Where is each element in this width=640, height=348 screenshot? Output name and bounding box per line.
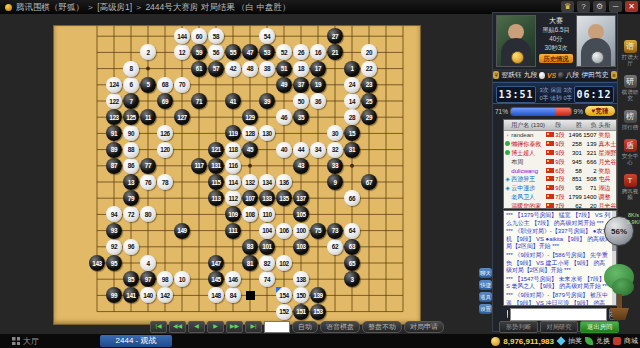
stone-white-42: 42 bbox=[225, 61, 241, 77]
user-wins: 95 bbox=[567, 184, 582, 193]
stone-black-151: 151 bbox=[293, 304, 309, 320]
toolbar-label: 腾讯视频 bbox=[620, 188, 640, 200]
stone-black-5: 5 bbox=[140, 77, 156, 93]
user-losses: 139 bbox=[582, 140, 597, 149]
money-bar: 8,976,911,983 抽奖 兑换 商城 bbox=[491, 335, 638, 347]
stone-black-147: 147 bbox=[208, 255, 224, 271]
user-row[interactable]: 懒得你泰救 9段 258 139 真木士 bbox=[504, 140, 616, 149]
stone-black-75: 75 bbox=[310, 223, 326, 239]
stone-white-120: 120 bbox=[157, 142, 173, 158]
user-row[interactable]: 布周 9段 945 666 月光谷 bbox=[504, 158, 616, 167]
user-row[interactable]: ◈ 西游异王 7段 851 508 屯兵 bbox=[504, 175, 616, 184]
stone-white-40: 40 bbox=[276, 142, 292, 158]
stone-black-13: 13 bbox=[123, 174, 139, 190]
nav-button[interactable]: 自动 bbox=[292, 321, 318, 333]
stone-black-7: 7 bbox=[123, 93, 139, 109]
white-clock: 13:51 bbox=[496, 86, 536, 103]
go-board[interactable]: 1234567891011121314151617181920212223242… bbox=[53, 25, 421, 325]
stone-white-22: 22 bbox=[361, 61, 377, 77]
stone-black-23: 23 bbox=[361, 77, 377, 93]
betting-bar: 71% 9% ♥竞猜 bbox=[493, 105, 617, 117]
user-wins: 1496 bbox=[567, 131, 582, 140]
user-losses: 1507 bbox=[582, 131, 597, 140]
user-rank: 6段 bbox=[555, 167, 567, 176]
white-player-name: 翌跃钰 bbox=[501, 70, 521, 80]
growth-tree bbox=[600, 262, 640, 328]
nav-fwd-button[interactable]: ▶| bbox=[245, 321, 262, 333]
help-icon[interactable]: ? bbox=[577, 1, 590, 12]
stone-black-95: 95 bbox=[106, 255, 122, 271]
stone-white-62: 62 bbox=[327, 239, 343, 255]
user-losses: 666 bbox=[582, 158, 597, 167]
stone-black-71: 71 bbox=[191, 93, 207, 109]
flag-icon bbox=[546, 168, 554, 173]
user-name: dulicwang bbox=[511, 167, 546, 176]
black-clock: 06:12 bbox=[574, 86, 614, 103]
black-player-rank: 八段 bbox=[566, 70, 580, 80]
user-row[interactable]: 温暖您的家 7段 62 20 月光谷 bbox=[504, 202, 616, 209]
stone-white-38: 38 bbox=[259, 61, 275, 77]
toolbar-label: 安全中心 bbox=[620, 153, 640, 165]
nav-button[interactable]: 语音棋盘 bbox=[320, 321, 360, 333]
close-icon[interactable]: ✕ bbox=[625, 1, 638, 12]
stone-white-124: 124 bbox=[106, 77, 122, 93]
user-wins: 851 bbox=[567, 175, 582, 184]
user-row[interactable]: ◈ 云中漫步 9段 95 71 湖边 bbox=[504, 184, 616, 193]
stone-white-104: 104 bbox=[259, 223, 275, 239]
stone-black-31: 31 bbox=[344, 142, 360, 158]
stone-white-96: 96 bbox=[123, 239, 139, 255]
exchange-button[interactable]: 兑换 bbox=[596, 336, 610, 346]
nav-fwd-button[interactable]: ▶ bbox=[207, 321, 224, 333]
user-name: 博士超人 bbox=[511, 149, 546, 158]
side-mini-button[interactable]: 道具 bbox=[479, 292, 492, 302]
user-losses: 20 bbox=[582, 202, 597, 209]
flag-icon bbox=[546, 141, 554, 146]
stone-black-1: 1 bbox=[344, 61, 360, 77]
breadcrumb: 腾讯围棋（野狐） ＞ [高级房1] ＞ 2444号大赛房 对局结果 （白 中盘胜… bbox=[16, 2, 290, 12]
upload-speed: 8K/s bbox=[627, 212, 639, 219]
byoyomi: 30秒3次 bbox=[537, 43, 575, 52]
flag-icon bbox=[546, 132, 554, 137]
shop-icon bbox=[613, 337, 621, 345]
user-rank: 9段 bbox=[555, 149, 567, 158]
stone-black-43: 43 bbox=[293, 158, 309, 174]
stone-black-149: 149 bbox=[174, 223, 190, 239]
user-name: 西游异王 bbox=[511, 175, 546, 184]
stone-black-25: 25 bbox=[361, 93, 377, 109]
user-rank: 9段 bbox=[555, 158, 567, 167]
stone-black-51: 51 bbox=[276, 61, 292, 77]
stone-black-93: 93 bbox=[106, 223, 122, 239]
black-stone-icon bbox=[558, 72, 564, 79]
app-window: 腾讯围棋（野狐） ＞ [高级房1] ＞ 2444号大赛房 对局结果 （白 中盘胜… bbox=[0, 0, 640, 348]
toolbar-item[interactable]: 谱 打谱大厅 bbox=[620, 40, 640, 66]
players-bar: ¥ 翌跃钰 九段 VS 八段 伊田笃史 ≡ bbox=[493, 69, 617, 81]
stone-black-65: 65 bbox=[344, 255, 360, 271]
room-tab-active[interactable]: 2444 - 观战 bbox=[100, 335, 172, 347]
white-support-pct: 71% bbox=[495, 108, 508, 115]
vip-icon[interactable]: ♛ bbox=[561, 1, 574, 12]
flag-icon bbox=[546, 176, 554, 181]
taskbar: 大厅 2444 - 观战 8,976,911,983 抽奖 兑换 商城 bbox=[0, 334, 640, 348]
stone-black-87: 87 bbox=[106, 158, 122, 174]
user-list[interactable]: 用户名 (130) 段胜 负头衔♀ randean 3段 1496 1507 奖… bbox=[503, 119, 617, 209]
stone-white-14: 14 bbox=[344, 93, 360, 109]
grid-icon bbox=[12, 337, 20, 345]
user-wins: 1799 bbox=[567, 193, 582, 202]
stone-white-136: 136 bbox=[276, 174, 292, 190]
stone-black-81: 81 bbox=[242, 255, 258, 271]
stone-black-111: 111 bbox=[225, 223, 241, 239]
user-row[interactable]: 博士超人 9段 301 321 星湖野 bbox=[504, 149, 616, 158]
chat-side-buttons: 聊天快捷道具设置 bbox=[479, 268, 492, 316]
stone-white-122: 122 bbox=[106, 93, 122, 109]
board-square-marker bbox=[246, 291, 255, 300]
user-rank: 9段 bbox=[555, 140, 567, 149]
stone-black-117: 117 bbox=[191, 158, 207, 174]
side-mini-button[interactable]: 设置 bbox=[479, 304, 492, 314]
stone-black-83: 83 bbox=[242, 239, 258, 255]
network-stats: 8K/s 5.9K/s bbox=[627, 212, 639, 226]
badge-icon: ◈ bbox=[505, 176, 510, 182]
side-toolbar: 谱 打谱大厅研 棋谱研究榜 排行榜盾 安全中心T 腾讯视频 bbox=[620, 40, 640, 209]
nav-back-button[interactable]: ◀◀ bbox=[169, 321, 186, 333]
tab-research[interactable]: 对局研究 bbox=[540, 321, 579, 333]
stone-white-132: 132 bbox=[242, 174, 258, 190]
安全中心-icon[interactable]: 盾 bbox=[624, 139, 637, 152]
user-list-header: 用户名 (130) 段胜 负头衔 bbox=[504, 120, 616, 131]
stone-white-118: 118 bbox=[225, 142, 241, 158]
user-losses: 1400 bbox=[582, 193, 597, 202]
chat-input[interactable] bbox=[510, 308, 607, 321]
stone-white-44: 44 bbox=[293, 142, 309, 158]
user-name: 老风卫人 bbox=[511, 193, 546, 202]
user-name: 布周 bbox=[511, 158, 546, 167]
stone-black-153: 153 bbox=[310, 304, 326, 320]
chat-system-message: *** 【1379号房间】 猛宽 【7段】 VS 列么九公主 【7段】 的高级对… bbox=[504, 211, 616, 227]
user-name: 温暖您的家 bbox=[511, 202, 546, 209]
app-logo-icon bbox=[5, 4, 12, 11]
stone-black-45: 45 bbox=[242, 142, 258, 158]
user-wins: 58 bbox=[567, 167, 582, 176]
coin-icon: ¥ bbox=[493, 71, 499, 79]
flag-icon bbox=[546, 194, 554, 199]
menu-icon[interactable]: ≡ bbox=[611, 71, 617, 79]
user-name: randean bbox=[511, 131, 546, 140]
leaf-icon bbox=[585, 337, 593, 345]
flag-icon bbox=[546, 185, 554, 190]
white-player-rank: 九段 bbox=[524, 70, 538, 80]
stone-black-63: 63 bbox=[344, 239, 360, 255]
stone-black-73: 73 bbox=[327, 223, 343, 239]
stone-black-143: 143 bbox=[89, 255, 105, 271]
stone-white-4: 4 bbox=[140, 255, 156, 271]
打谱大厅-icon[interactable]: 谱 bbox=[624, 40, 637, 53]
stone-white-34: 34 bbox=[310, 142, 326, 158]
user-row[interactable]: dulicwang 6段 58 2 奖励 bbox=[504, 167, 616, 176]
stone-black-39: 39 bbox=[259, 93, 275, 109]
match-type: 大赛 bbox=[537, 16, 575, 25]
stone-black-49: 49 bbox=[276, 77, 292, 93]
badge-icon: ◈ bbox=[505, 185, 510, 191]
stone-black-19: 19 bbox=[310, 77, 326, 93]
bet-button[interactable]: ♥竞猜 bbox=[585, 106, 615, 116]
toolbar-label: 打谱大厅 bbox=[620, 54, 640, 66]
user-title: 屯兵 bbox=[597, 175, 616, 184]
stone-black-69: 69 bbox=[157, 93, 173, 109]
user-title: 月光谷 bbox=[597, 158, 616, 167]
toolbar-item[interactable]: 盾 安全中心 bbox=[620, 139, 640, 165]
flag-icon bbox=[546, 150, 554, 155]
user-wins: 301 bbox=[567, 149, 582, 158]
komi: 黑贴6.5目 bbox=[537, 25, 575, 34]
download-speed: 5.9K/s bbox=[627, 219, 639, 226]
stone-black-103: 103 bbox=[293, 239, 309, 255]
腾讯视频-icon[interactable]: T bbox=[624, 174, 637, 187]
user-title: 湖边 bbox=[597, 184, 616, 193]
stone-black-67: 67 bbox=[361, 174, 377, 190]
user-title: 真木士 bbox=[597, 140, 616, 149]
black-player-name: 伊田笃史 bbox=[581, 70, 608, 80]
settings-icon[interactable]: ⚙ bbox=[593, 1, 606, 12]
move-number-input[interactable] bbox=[264, 321, 290, 333]
stone-white-92: 92 bbox=[106, 239, 122, 255]
stone-white-134: 134 bbox=[259, 174, 275, 190]
stone-white-78: 78 bbox=[157, 174, 173, 190]
nav-button[interactable]: 整盘不动 bbox=[362, 321, 402, 333]
user-name: 云中漫步 bbox=[511, 184, 546, 193]
stone-white-68: 68 bbox=[157, 77, 173, 93]
stone-white-76: 76 bbox=[140, 174, 156, 190]
user-wins: 62 bbox=[567, 202, 582, 209]
user-rank: 7段 bbox=[555, 202, 567, 209]
stone-white-18: 18 bbox=[293, 61, 309, 77]
nav-fwd-button[interactable]: ▶▶ bbox=[226, 321, 243, 333]
lobby-tab[interactable]: 大厅 bbox=[12, 336, 39, 347]
user-wins: 258 bbox=[567, 140, 582, 149]
toolbar-label: 棋谱研究 bbox=[620, 89, 640, 101]
user-rank: 7段 bbox=[555, 175, 567, 184]
user-rank: 3段 bbox=[555, 131, 567, 140]
stone-white-64: 64 bbox=[344, 223, 360, 239]
toolbar-item[interactable]: 研 棋谱研究 bbox=[620, 75, 640, 101]
coin-icon bbox=[491, 337, 500, 346]
user-name: 懒得你泰救 bbox=[511, 140, 546, 149]
user-losses: 71 bbox=[582, 184, 597, 193]
last-move-marker bbox=[276, 287, 282, 293]
stone-white-50: 50 bbox=[293, 93, 309, 109]
white-player-photo bbox=[496, 15, 536, 67]
stone-white-86: 86 bbox=[123, 158, 139, 174]
vs-label: VS bbox=[547, 72, 556, 79]
lottery-button[interactable]: 抽奖 bbox=[568, 336, 582, 346]
user-title: 星湖野 bbox=[597, 149, 616, 158]
female-icon: ♀ bbox=[505, 132, 510, 138]
user-wins: 945 bbox=[567, 158, 582, 167]
minimize-icon[interactable]: ─ bbox=[609, 1, 622, 12]
user-rank: 7段 bbox=[555, 193, 567, 202]
nav-button[interactable]: 对局申请 bbox=[404, 321, 444, 333]
user-rank: 9段 bbox=[555, 184, 567, 193]
main-time: 40分 bbox=[537, 34, 575, 43]
stone-black-37: 37 bbox=[293, 77, 309, 93]
stone-black-41: 41 bbox=[225, 93, 241, 109]
gold-medal-icon bbox=[511, 51, 524, 64]
diamond-icon bbox=[556, 336, 565, 345]
byoyomi-status: 3次 保留 3次 0手 读秒 0手 bbox=[535, 86, 577, 102]
stone-white-102: 102 bbox=[276, 255, 292, 271]
flag-icon bbox=[546, 203, 554, 208]
side-mini-button[interactable]: 快捷 bbox=[479, 280, 492, 290]
coin-amount: 8,976,911,983 bbox=[503, 337, 554, 346]
stone-black-131: 131 bbox=[208, 158, 224, 174]
stone-white-8: 8 bbox=[123, 61, 139, 77]
user-row[interactable]: 老风卫人 7段 1799 1400 调整 bbox=[504, 193, 616, 202]
stone-white-116: 116 bbox=[225, 158, 241, 174]
stone-white-48: 48 bbox=[242, 61, 258, 77]
tab-analysis[interactable]: 形势判断 bbox=[499, 321, 538, 333]
toolbar-item[interactable]: 榜 排行榜 bbox=[620, 110, 640, 130]
vip-dot-icon bbox=[505, 150, 510, 155]
stone-black-17: 17 bbox=[310, 61, 326, 77]
排行榜-icon[interactable]: 榜 bbox=[624, 110, 637, 123]
side-mini-button[interactable]: 聊天 bbox=[479, 268, 492, 278]
stone-black-115: 115 bbox=[208, 174, 224, 190]
stone-black-57: 57 bbox=[208, 61, 224, 77]
black-player-photo bbox=[576, 15, 616, 67]
stone-white-106: 106 bbox=[276, 223, 292, 239]
toolbar-label: 排行榜 bbox=[620, 124, 640, 130]
user-losses: 508 bbox=[582, 175, 597, 184]
stone-white-6: 6 bbox=[123, 77, 139, 93]
stone-white-88: 88 bbox=[123, 142, 139, 158]
nav-back-button[interactable]: ◀ bbox=[188, 321, 205, 333]
stone-white-32: 32 bbox=[327, 142, 343, 158]
stone-black-61: 61 bbox=[191, 61, 207, 77]
black-support-pct: 9% bbox=[574, 108, 583, 115]
stone-white-82: 82 bbox=[259, 255, 275, 271]
nav-back-button[interactable]: |◀ bbox=[150, 321, 167, 333]
stone-white-152: 152 bbox=[276, 304, 292, 320]
history-button[interactable]: 历史情况 bbox=[539, 54, 573, 63]
stone-black-89: 89 bbox=[106, 142, 122, 158]
stone-white-114: 114 bbox=[225, 174, 241, 190]
clocks: 13:51 3次 保留 3次 0手 读秒 0手 06:12 bbox=[493, 82, 617, 104]
vip-dot-icon bbox=[505, 141, 510, 146]
stone-black-101: 101 bbox=[259, 239, 275, 255]
user-losses: 2 bbox=[582, 167, 597, 176]
match-info: 大赛 黑贴6.5目 40分 30秒3次 历史情况 bbox=[537, 16, 575, 63]
stone-black-33: 33 bbox=[327, 158, 343, 174]
flag-icon bbox=[546, 159, 554, 164]
stone-white-70: 70 bbox=[174, 77, 190, 93]
chat-system-message: *** 《职业对局》-【337号房间】 ●农女机 【9段】 VS ●aikita… bbox=[504, 227, 616, 251]
user-title: 调整 bbox=[597, 193, 616, 202]
stone-white-24: 24 bbox=[344, 77, 360, 93]
stone-black-77: 77 bbox=[140, 158, 156, 174]
stone-white-100: 100 bbox=[293, 223, 309, 239]
user-title: 奖励 bbox=[597, 131, 616, 140]
stone-black-121: 121 bbox=[208, 142, 224, 158]
stone-white-36: 36 bbox=[310, 93, 326, 109]
user-losses: 321 bbox=[582, 149, 597, 158]
stone-black-9: 9 bbox=[327, 174, 343, 190]
toolbar-item[interactable]: T 腾讯视频 bbox=[620, 174, 640, 200]
shop-button[interactable]: 商城 bbox=[624, 336, 638, 346]
user-title: 奖励 bbox=[597, 167, 616, 176]
white-stone-icon bbox=[539, 72, 545, 79]
棋谱研究-icon[interactable]: 研 bbox=[624, 75, 637, 88]
move-nav: |◀◀◀◀▶▶▶▶|自动语音棋盘整盘不动对局申请 bbox=[150, 321, 444, 333]
user-title: 月光谷 bbox=[597, 202, 616, 209]
silver-medal-icon bbox=[591, 51, 604, 64]
support-bar bbox=[510, 107, 572, 116]
user-row[interactable]: ♀ randean 3段 1496 1507 奖励 bbox=[504, 131, 616, 140]
